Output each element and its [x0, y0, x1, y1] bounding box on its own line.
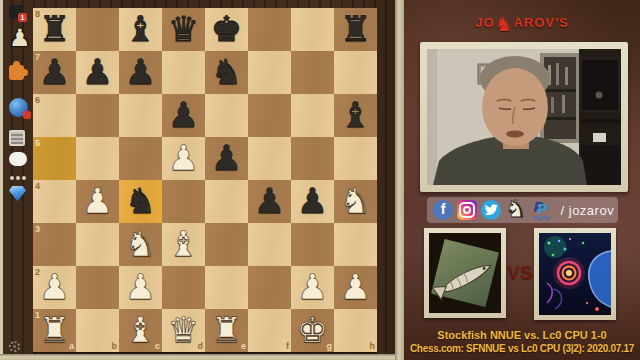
square-a8[interactable]: 8♜: [33, 8, 76, 51]
piece-bp-a7[interactable]: ♟: [33, 51, 76, 94]
square-e4[interactable]: [205, 180, 248, 223]
chat-icon[interactable]: [9, 152, 27, 166]
piece-bb-c8[interactable]: ♝: [119, 8, 162, 51]
piece-wp-a2[interactable]: ♟: [33, 266, 76, 309]
puzzle-icon[interactable]: [9, 65, 24, 80]
square-d1[interactable]: d♛: [162, 309, 205, 352]
stockfish-image-frame: [424, 228, 506, 318]
piece-bp-g4[interactable]: ♟: [291, 180, 334, 223]
square-b1[interactable]: b: [76, 309, 119, 352]
square-g1[interactable]: g♚: [291, 309, 334, 352]
piece-bk-e8[interactable]: ♚: [205, 8, 248, 51]
square-h2[interactable]: ♟: [334, 266, 377, 309]
piece-wp-c2[interactable]: ♟: [119, 266, 162, 309]
square-f4[interactable]: ♟: [248, 180, 291, 223]
square-b4[interactable]: ♟: [76, 180, 119, 223]
logo-knight-icon: ♞: [495, 12, 514, 36]
square-d6[interactable]: ♟: [162, 94, 205, 137]
square-f8[interactable]: [248, 8, 291, 51]
video-frame: 1 ♟ 8♜♝♛♚♜7♟♟♟♞6♟♝5♟♟4♟♞♟♟♞3♞♝2♟♟♟♟1a♜bc…: [0, 0, 640, 360]
square-f2[interactable]: [248, 266, 291, 309]
piece-wk-g1[interactable]: ♚: [291, 309, 334, 352]
square-c7[interactable]: ♟: [119, 51, 162, 94]
square-e5[interactable]: ♟: [205, 137, 248, 180]
piece-wb-c1[interactable]: ♝: [119, 309, 162, 352]
square-a1[interactable]: 1a♜: [33, 309, 76, 352]
square-b3[interactable]: [76, 223, 119, 266]
rank-label: 6: [35, 96, 40, 105]
file-label: f: [286, 342, 289, 351]
square-c4[interactable]: ♞: [119, 180, 162, 223]
square-c1[interactable]: c♝: [119, 309, 162, 352]
file-label: h: [370, 342, 376, 351]
vs-label: VS: [506, 262, 534, 284]
square-h3[interactable]: [334, 223, 377, 266]
result-caption: Stockfish NNUE vs. Lc0 CPU 1-0: [404, 329, 640, 341]
piece-br-a8[interactable]: ♜: [33, 8, 76, 51]
square-g4[interactable]: ♟: [291, 180, 334, 223]
piece-bq-d8[interactable]: ♛: [162, 8, 205, 51]
piece-wp-b4[interactable]: ♟: [76, 180, 119, 223]
piece-bp-d6[interactable]: ♟: [162, 94, 205, 137]
square-b2[interactable]: [76, 266, 119, 309]
square-d2[interactable]: [162, 266, 205, 309]
square-a5[interactable]: 5: [33, 137, 76, 180]
square-e2[interactable]: [205, 266, 248, 309]
square-g3[interactable]: [291, 223, 334, 266]
lc0-image-frame: [534, 228, 616, 320]
square-h1[interactable]: h: [334, 309, 377, 352]
square-h8[interactable]: ♜: [334, 8, 377, 51]
stream-panel: JO♞AROV'S: [404, 0, 640, 360]
twitter-icon: [481, 200, 501, 220]
chess-knight-icon: ♞: [505, 197, 527, 221]
square-a7[interactable]: 7♟: [33, 51, 76, 94]
channel-logo: JO♞AROV'S: [404, 12, 640, 36]
square-d7[interactable]: [162, 51, 205, 94]
piece-bp-b7[interactable]: ♟: [76, 51, 119, 94]
paypal-icon: P P PayPal: [531, 199, 553, 221]
piece-wb-d3[interactable]: ♝: [162, 223, 205, 266]
rank-label: 5: [35, 139, 40, 148]
lc0-logo-image: [539, 233, 611, 315]
piece-wn-h4[interactable]: ♞: [334, 180, 377, 223]
piece-wp-h2[interactable]: ♟: [334, 266, 377, 309]
square-f3[interactable]: [248, 223, 291, 266]
news-icon[interactable]: [9, 130, 25, 146]
frame-edge-bottom: [0, 354, 404, 360]
facebook-icon: f: [433, 200, 453, 220]
event-caption: Chess.com: SFNNUE vs Lc0 CPU (3|2): 2020…: [404, 343, 640, 354]
square-a2[interactable]: 2♟: [33, 266, 76, 309]
square-h5[interactable]: [334, 137, 377, 180]
webcam-video: [427, 49, 621, 185]
square-d3[interactable]: ♝: [162, 223, 205, 266]
notification-badge: 1: [18, 13, 27, 22]
square-g8[interactable]: [291, 8, 334, 51]
piece-wp-g2[interactable]: ♟: [291, 266, 334, 309]
social-bar: f ♞ P P PayPal / jozarov: [427, 197, 618, 223]
square-h6[interactable]: ♝: [334, 94, 377, 137]
piece-wp-d5[interactable]: ♟: [162, 137, 205, 180]
square-e6[interactable]: [205, 94, 248, 137]
piece-wr-a1[interactable]: ♜: [33, 309, 76, 352]
panel-divider: [395, 0, 404, 360]
rank-label: 3: [35, 225, 40, 234]
square-b7[interactable]: ♟: [76, 51, 119, 94]
piece-br-h8[interactable]: ♜: [334, 8, 377, 51]
square-g7[interactable]: [291, 51, 334, 94]
square-b6[interactable]: [76, 94, 119, 137]
play-globe-icon[interactable]: [9, 98, 28, 117]
instagram-icon: [457, 200, 477, 220]
diamond-icon[interactable]: [9, 186, 26, 201]
square-h4[interactable]: ♞: [334, 180, 377, 223]
webcam-frame: [420, 42, 628, 192]
app-sidebar: 1 ♟: [3, 0, 33, 354]
square-e8[interactable]: ♚: [205, 8, 248, 51]
piece-bp-e5[interactable]: ♟: [205, 137, 248, 180]
square-h7[interactable]: [334, 51, 377, 94]
square-d8[interactable]: ♛: [162, 8, 205, 51]
piece-bn-c4[interactable]: ♞: [119, 180, 162, 223]
piece-bp-c7[interactable]: ♟: [119, 51, 162, 94]
square-d4[interactable]: [162, 180, 205, 223]
square-f6[interactable]: [248, 94, 291, 137]
square-g5[interactable]: [291, 137, 334, 180]
square-a4[interactable]: 4: [33, 180, 76, 223]
piece-bp-f4[interactable]: ♟: [248, 180, 291, 223]
square-e3[interactable]: [205, 223, 248, 266]
square-a3[interactable]: 3: [33, 223, 76, 266]
notification-icon[interactable]: 1: [9, 5, 24, 19]
piece-bb-h6[interactable]: ♝: [334, 94, 377, 137]
square-e7[interactable]: ♞: [205, 51, 248, 94]
square-c8[interactable]: ♝: [119, 8, 162, 51]
square-f1[interactable]: f: [248, 309, 291, 352]
square-c6[interactable]: [119, 94, 162, 137]
square-c5[interactable]: [119, 137, 162, 180]
square-c3[interactable]: ♞: [119, 223, 162, 266]
piece-wq-d1[interactable]: ♛: [162, 309, 205, 352]
square-d5[interactable]: ♟: [162, 137, 205, 180]
square-g6[interactable]: [291, 94, 334, 137]
square-f5[interactable]: [248, 137, 291, 180]
piece-wn-c3[interactable]: ♞: [119, 223, 162, 266]
social-handle: / jozarov: [561, 203, 615, 218]
chess-pawn-icon[interactable]: ♟: [9, 24, 31, 52]
stockfish-fish-image: [429, 233, 501, 313]
more-dots-icon[interactable]: [10, 176, 14, 180]
square-f7[interactable]: [248, 51, 291, 94]
square-g2[interactable]: ♟: [291, 266, 334, 309]
frame-edge-left: [0, 0, 3, 360]
settings-gear-icon[interactable]: [9, 341, 20, 352]
square-c2[interactable]: ♟: [119, 266, 162, 309]
square-a6[interactable]: 6: [33, 94, 76, 137]
chess-board[interactable]: 8♜♝♛♚♜7♟♟♟♞6♟♝5♟♟4♟♞♟♟♞3♞♝2♟♟♟♟1a♜bc♝d♛e…: [33, 8, 377, 352]
square-b8[interactable]: [76, 8, 119, 51]
piece-wr-e1[interactable]: ♜: [205, 309, 248, 352]
piece-bn-e7[interactable]: ♞: [205, 51, 248, 94]
chess-app-region: 1 ♟ 8♜♝♛♚♜7♟♟♟♞6♟♝5♟♟4♟♞♟♟♞3♞♝2♟♟♟♟1a♜bc…: [0, 0, 404, 360]
file-label: b: [112, 342, 118, 351]
square-b5[interactable]: [76, 137, 119, 180]
rank-label: 4: [35, 182, 40, 191]
square-e1[interactable]: e♜: [205, 309, 248, 352]
